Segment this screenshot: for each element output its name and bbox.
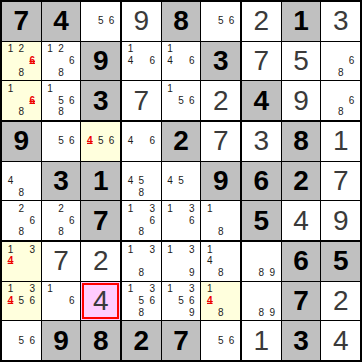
- cell-r8c6[interactable]: 148: [201, 282, 240, 321]
- empty-candidate-slot: [45, 55, 56, 67]
- cell-r5c5[interactable]: 45: [162, 162, 201, 201]
- candidate-digit: 6: [147, 215, 158, 227]
- cell-r7c5[interactable]: 139: [162, 242, 201, 281]
- cell-r4c9[interactable]: 1: [321, 122, 360, 161]
- empty-candidate-slot: [186, 175, 197, 187]
- empty-candidate-slot: [204, 16, 215, 28]
- empty-candidate-slot: [165, 295, 176, 307]
- empty-candidate-slot: [176, 284, 187, 296]
- empty-candidate-slot: [45, 95, 56, 107]
- candidate-digit: 6: [66, 295, 77, 307]
- empty-candidate-slot: [176, 203, 187, 215]
- empty-candidate-slot: [45, 136, 56, 148]
- cell-r6c7[interactable]: 5: [242, 201, 281, 240]
- candidate-grid: 268: [42, 201, 81, 240]
- candidate-grid: 13568: [122, 282, 161, 321]
- cell-r5c9[interactable]: 7: [321, 162, 360, 201]
- empty-candidate-slot: [204, 346, 215, 358]
- empty-candidate-slot: [136, 244, 147, 256]
- given-digit: 8: [293, 127, 309, 155]
- cell-r9c8[interactable]: 3: [282, 321, 321, 360]
- cell-r3c7[interactable]: 4: [242, 81, 281, 120]
- cell-r8c3[interactable]: 4: [81, 282, 120, 321]
- empty-candidate-slot: [226, 27, 237, 39]
- cell-r7c1[interactable]: 134: [2, 242, 41, 281]
- empty-candidate-slot: [215, 215, 226, 227]
- cell-r2c5[interactable]: 146: [162, 42, 201, 81]
- cell-r4c2[interactable]: 56: [42, 122, 81, 161]
- cell-r9c1[interactable]: 56: [2, 321, 41, 360]
- cell-r5c6[interactable]: 9: [201, 162, 240, 201]
- cell-r1c1[interactable]: 7: [2, 2, 41, 41]
- candidate-digit: 8: [215, 226, 226, 238]
- cell-r1c7[interactable]: 2: [242, 2, 281, 41]
- empty-candidate-slot: [324, 67, 335, 79]
- candidate-digit: 8: [136, 267, 147, 279]
- cell-r6c6[interactable]: 18: [201, 201, 240, 240]
- candidate-digit: 9: [186, 307, 197, 319]
- candidate-digit: 8: [16, 226, 27, 238]
- candidate-digit: 3: [186, 203, 197, 215]
- solved-digit: 2: [254, 7, 270, 35]
- cell-r1c5[interactable]: 8: [162, 2, 201, 41]
- solved-digit: 7: [53, 247, 69, 275]
- empty-candidate-slot: [176, 67, 187, 79]
- cell-r2c7[interactable]: 7: [242, 42, 281, 81]
- cell-r8c1[interactable]: 13456: [2, 282, 41, 321]
- eliminated-candidate-digit: 4: [5, 256, 16, 268]
- given-digit: 7: [14, 7, 30, 35]
- solved-digit: 9: [134, 7, 150, 35]
- cell-r5c8[interactable]: 2: [282, 162, 321, 201]
- empty-candidate-slot: [95, 147, 106, 159]
- cell-r3c6[interactable]: 2: [201, 81, 240, 120]
- cell-r8c2[interactable]: 16: [42, 282, 81, 321]
- cell-r2c6[interactable]: 3: [201, 42, 240, 81]
- cell-r4c1[interactable]: 9: [2, 122, 41, 161]
- cell-r3c3[interactable]: 3: [81, 81, 120, 120]
- candidate-grid: 45: [162, 162, 201, 201]
- empty-candidate-slot: [256, 284, 267, 296]
- empty-candidate-slot: [27, 187, 38, 199]
- empty-candidate-slot: [16, 244, 27, 256]
- empty-candidate-slot: [204, 323, 215, 335]
- empty-candidate-slot: [45, 203, 56, 215]
- empty-candidate-slot: [45, 124, 56, 136]
- candidate-digit: 6: [27, 295, 38, 307]
- candidate-grid: 68: [321, 81, 360, 120]
- empty-candidate-slot: [16, 83, 27, 95]
- candidate-digit: 2: [56, 44, 67, 56]
- empty-candidate-slot: [136, 164, 147, 176]
- eliminated-candidate-digit: 4: [204, 295, 215, 307]
- solved-digit: 9: [293, 87, 309, 115]
- candidate-digit: 5: [56, 136, 67, 148]
- candidate-digit: 6: [106, 136, 117, 148]
- empty-candidate-slot: [256, 295, 267, 307]
- candidate-digit: 8: [215, 307, 226, 319]
- empty-candidate-slot: [66, 203, 77, 215]
- cell-r4c5[interactable]: 2: [162, 122, 201, 161]
- cell-r3c4[interactable]: 7: [122, 81, 161, 120]
- empty-candidate-slot: [165, 164, 176, 176]
- given-digit: 7: [93, 207, 109, 235]
- solved-digit: 1: [333, 127, 349, 155]
- candidate-digit: 6: [147, 136, 158, 148]
- empty-candidate-slot: [56, 295, 67, 307]
- cell-r5c7[interactable]: 6: [242, 162, 281, 201]
- solved-digit: 2: [213, 87, 229, 115]
- empty-candidate-slot: [5, 164, 16, 176]
- candidate-digit: 3: [27, 284, 38, 296]
- empty-candidate-slot: [215, 4, 226, 16]
- box-9: 89658972134: [242, 242, 360, 360]
- empty-candidate-slot: [16, 95, 27, 107]
- empty-candidate-slot: [226, 323, 237, 335]
- empty-candidate-slot: [165, 226, 176, 238]
- cell-r6c2[interactable]: 268: [42, 201, 81, 240]
- empty-candidate-slot: [176, 55, 187, 67]
- cell-r3c2[interactable]: 1568: [42, 81, 81, 120]
- solved-digit: 1: [254, 327, 270, 355]
- empty-candidate-slot: [324, 106, 335, 118]
- candidate-digit: 5: [95, 136, 106, 148]
- empty-candidate-slot: [125, 164, 136, 176]
- candidate-grid: 16: [42, 282, 81, 321]
- cell-r2c2[interactable]: 1268: [42, 42, 81, 81]
- cell-r8c7[interactable]: 89: [242, 282, 281, 321]
- cell-r8c5[interactable]: 13569: [162, 282, 201, 321]
- cell-r7c4[interactable]: 138: [122, 242, 161, 281]
- given-digit: 9: [53, 327, 69, 355]
- candidate-digit: 6: [226, 335, 237, 347]
- candidate-digit: 1: [204, 284, 215, 296]
- candidate-digit: 6: [27, 335, 38, 347]
- empty-candidate-slot: [5, 203, 16, 215]
- cell-r2c9[interactable]: 68: [321, 42, 360, 81]
- solved-digit: 2: [333, 287, 349, 315]
- empty-candidate-slot: [125, 307, 136, 319]
- empty-candidate-slot: [66, 44, 77, 56]
- empty-candidate-slot: [106, 147, 117, 159]
- box-2: 9856146146371562: [122, 2, 240, 120]
- cell-r9c7[interactable]: 1: [242, 321, 281, 360]
- empty-candidate-slot: [186, 106, 197, 118]
- empty-candidate-slot: [176, 44, 187, 56]
- given-digit: 6: [293, 247, 309, 275]
- candidate-digit: 6: [66, 95, 77, 107]
- candidate-digit: 4: [204, 256, 215, 268]
- candidate-grid: 13456: [2, 282, 41, 321]
- empty-candidate-slot: [125, 187, 136, 199]
- candidate-digit: 8: [335, 106, 346, 118]
- candidate-digit: 1: [5, 44, 16, 56]
- cell-r5c2[interactable]: 3: [42, 162, 81, 201]
- empty-candidate-slot: [147, 67, 158, 79]
- candidate-grid: 136: [162, 201, 201, 240]
- empty-candidate-slot: [204, 267, 215, 279]
- empty-candidate-slot: [5, 67, 16, 79]
- cell-r2c3[interactable]: 9: [81, 42, 120, 81]
- cell-r8c4[interactable]: 13568: [122, 282, 161, 321]
- solved-digit: 7: [254, 47, 270, 75]
- cell-r3c8[interactable]: 9: [282, 81, 321, 120]
- cell-r4c3[interactable]: 456: [81, 122, 120, 161]
- empty-candidate-slot: [27, 106, 38, 118]
- cell-r1c8[interactable]: 1: [282, 2, 321, 41]
- candidate-grid: 134: [2, 242, 41, 281]
- empty-candidate-slot: [5, 307, 16, 319]
- given-digit: 4: [254, 87, 270, 115]
- empty-candidate-slot: [27, 256, 38, 268]
- empty-candidate-slot: [27, 44, 38, 56]
- empty-candidate-slot: [136, 136, 147, 148]
- empty-candidate-slot: [27, 346, 38, 358]
- candidate-grid: 89: [242, 242, 281, 281]
- empty-candidate-slot: [176, 244, 187, 256]
- empty-candidate-slot: [56, 147, 67, 159]
- empty-candidate-slot: [147, 307, 158, 319]
- cell-r9c6[interactable]: 56: [201, 321, 240, 360]
- empty-candidate-slot: [66, 124, 77, 136]
- given-digit: 5: [254, 207, 270, 235]
- cell-r3c1[interactable]: 168: [2, 81, 41, 120]
- empty-candidate-slot: [147, 267, 158, 279]
- eliminated-candidate-digit: 6: [27, 95, 38, 107]
- candidate-digit: 1: [5, 83, 16, 95]
- box-8: 13813914813568135691482756: [122, 242, 240, 360]
- cell-r2c4[interactable]: 146: [122, 42, 161, 81]
- empty-candidate-slot: [215, 346, 226, 358]
- candidate-grid: 46: [122, 122, 161, 161]
- solved-digit: 3: [254, 127, 270, 155]
- empty-candidate-slot: [16, 284, 27, 296]
- empty-candidate-slot: [27, 164, 38, 176]
- empty-candidate-slot: [245, 256, 256, 268]
- candidate-digit: 8: [335, 67, 346, 79]
- cell-r9c2[interactable]: 9: [42, 321, 81, 360]
- empty-candidate-slot: [176, 215, 187, 227]
- cell-r6c3[interactable]: 7: [81, 201, 120, 240]
- empty-candidate-slot: [245, 295, 256, 307]
- cell-r7c2[interactable]: 7: [42, 242, 81, 281]
- empty-candidate-slot: [267, 256, 278, 268]
- empty-candidate-slot: [95, 27, 106, 39]
- cell-r4c7[interactable]: 3: [242, 122, 281, 161]
- empty-candidate-slot: [226, 215, 237, 227]
- empty-candidate-slot: [5, 226, 16, 238]
- empty-candidate-slot: [125, 256, 136, 268]
- solved-digit: 7: [333, 167, 349, 195]
- empty-candidate-slot: [186, 256, 197, 268]
- candidate-digit: 1: [165, 203, 176, 215]
- empty-candidate-slot: [66, 67, 77, 79]
- candidate-digit: 4: [125, 136, 136, 148]
- empty-candidate-slot: [147, 164, 158, 176]
- cell-r9c9[interactable]: 4: [321, 321, 360, 360]
- empty-candidate-slot: [165, 106, 176, 118]
- empty-candidate-slot: [165, 267, 176, 279]
- empty-candidate-slot: [226, 284, 237, 296]
- cell-r6c9[interactable]: 9: [321, 201, 360, 240]
- empty-candidate-slot: [165, 215, 176, 227]
- cell-r8c8[interactable]: 7: [282, 282, 321, 321]
- cell-r9c4[interactable]: 2: [122, 321, 161, 360]
- empty-candidate-slot: [66, 307, 77, 319]
- empty-candidate-slot: [125, 295, 136, 307]
- candidate-digit: 1: [165, 83, 176, 95]
- cell-r6c8[interactable]: 4: [282, 201, 321, 240]
- candidate-digit: 6: [186, 55, 197, 67]
- cell-r5c1[interactable]: 48: [2, 162, 41, 201]
- given-digit: 8: [93, 327, 109, 355]
- cell-r1c4[interactable]: 9: [122, 2, 161, 41]
- cell-r9c3[interactable]: 8: [81, 321, 120, 360]
- cell-r9c5[interactable]: 7: [162, 321, 201, 360]
- cell-r1c9[interactable]: 3: [321, 2, 360, 41]
- solved-digit: 9: [333, 207, 349, 235]
- candidate-digit: 2: [16, 44, 27, 56]
- cell-r7c3[interactable]: 2: [81, 242, 120, 281]
- empty-candidate-slot: [267, 284, 278, 296]
- empty-candidate-slot: [66, 147, 77, 159]
- empty-candidate-slot: [335, 44, 346, 56]
- empty-candidate-slot: [95, 124, 106, 136]
- cell-r3c5[interactable]: 156: [162, 81, 201, 120]
- candidate-digit: 8: [215, 267, 226, 279]
- cell-r2c1[interactable]: 1268: [2, 42, 41, 81]
- cell-r7c9[interactable]: 5: [321, 242, 360, 281]
- empty-candidate-slot: [186, 44, 197, 56]
- cell-r1c3[interactable]: 56: [81, 2, 120, 41]
- candidate-digit: 8: [16, 67, 27, 79]
- empty-candidate-slot: [176, 226, 187, 238]
- empty-candidate-slot: [165, 307, 176, 319]
- candidate-grid: 56: [81, 2, 120, 41]
- cell-r8c9[interactable]: 2: [321, 282, 360, 321]
- cell-r4c6[interactable]: 7: [201, 122, 240, 161]
- empty-candidate-slot: [125, 226, 136, 238]
- empty-candidate-slot: [106, 27, 117, 39]
- empty-candidate-slot: [176, 187, 187, 199]
- empty-candidate-slot: [45, 307, 56, 319]
- empty-candidate-slot: [324, 95, 335, 107]
- solved-digit: 4: [293, 207, 309, 235]
- empty-candidate-slot: [5, 55, 16, 67]
- empty-candidate-slot: [125, 67, 136, 79]
- candidate-digit: 8: [16, 187, 27, 199]
- given-digit: 9: [213, 167, 229, 195]
- empty-candidate-slot: [5, 323, 16, 335]
- empty-candidate-slot: [5, 267, 16, 279]
- cell-r7c8[interactable]: 6: [282, 242, 321, 281]
- eliminated-candidate-digit: 6: [27, 55, 38, 67]
- empty-candidate-slot: [335, 55, 346, 67]
- empty-candidate-slot: [84, 27, 95, 39]
- given-digit: 7: [293, 287, 309, 315]
- empty-candidate-slot: [324, 83, 335, 95]
- cell-r7c6[interactable]: 148: [201, 242, 240, 281]
- empty-candidate-slot: [125, 215, 136, 227]
- candidate-digit: 2: [16, 203, 27, 215]
- cell-r6c4[interactable]: 1368: [122, 201, 161, 240]
- cell-r4c8[interactable]: 8: [282, 122, 321, 161]
- empty-candidate-slot: [186, 83, 197, 95]
- empty-candidate-slot: [45, 106, 56, 118]
- empty-candidate-slot: [335, 95, 346, 107]
- empty-candidate-slot: [267, 295, 278, 307]
- solved-digit: 4: [333, 327, 349, 355]
- candidate-grid: 1368: [122, 201, 161, 240]
- cell-r4c4[interactable]: 46: [122, 122, 161, 161]
- candidate-digit: 2: [56, 203, 67, 215]
- cell-r6c5[interactable]: 136: [162, 201, 201, 240]
- cell-r1c2[interactable]: 4: [42, 2, 81, 41]
- empty-candidate-slot: [66, 83, 77, 95]
- empty-candidate-slot: [136, 215, 147, 227]
- cell-r5c3[interactable]: 1: [81, 162, 120, 201]
- candidate-grid: 56: [2, 321, 41, 360]
- empty-candidate-slot: [16, 256, 27, 268]
- empty-candidate-slot: [165, 187, 176, 199]
- empty-candidate-slot: [5, 335, 16, 347]
- empty-candidate-slot: [16, 175, 27, 187]
- empty-candidate-slot: [16, 307, 27, 319]
- candidate-digit: 6: [66, 55, 77, 67]
- empty-candidate-slot: [147, 175, 158, 187]
- empty-candidate-slot: [186, 226, 197, 238]
- cell-r2c8[interactable]: 5: [282, 42, 321, 81]
- cell-r1c6[interactable]: 56: [201, 2, 240, 41]
- empty-candidate-slot: [27, 226, 38, 238]
- candidate-digit: 3: [147, 244, 158, 256]
- empty-candidate-slot: [256, 256, 267, 268]
- empty-candidate-slot: [176, 106, 187, 118]
- empty-candidate-slot: [176, 83, 187, 95]
- cell-r7c7[interactable]: 89: [242, 242, 281, 281]
- empty-candidate-slot: [346, 67, 357, 79]
- candidate-digit: 6: [346, 55, 357, 67]
- candidate-digit: 8: [56, 106, 67, 118]
- empty-candidate-slot: [204, 307, 215, 319]
- empty-candidate-slot: [45, 295, 56, 307]
- candidate-digit: 1: [45, 44, 56, 56]
- candidate-digit: 4: [165, 55, 176, 67]
- cell-r6c1[interactable]: 268: [2, 201, 41, 240]
- empty-candidate-slot: [56, 307, 67, 319]
- empty-candidate-slot: [16, 323, 27, 335]
- empty-candidate-slot: [204, 215, 215, 227]
- cell-r5c4[interactable]: 458: [122, 162, 161, 201]
- empty-candidate-slot: [335, 83, 346, 95]
- candidate-grid: 89: [242, 282, 281, 321]
- candidate-digit: 5: [16, 335, 27, 347]
- empty-candidate-slot: [204, 335, 215, 347]
- given-digit: 2: [134, 327, 150, 355]
- candidate-digit: 1: [5, 284, 16, 296]
- cell-r3c9[interactable]: 68: [321, 81, 360, 120]
- empty-candidate-slot: [186, 164, 197, 176]
- empty-candidate-slot: [66, 226, 77, 238]
- empty-candidate-slot: [147, 44, 158, 56]
- empty-candidate-slot: [226, 307, 237, 319]
- candidate-digit: 1: [45, 83, 56, 95]
- candidate-grid: 56: [42, 122, 81, 161]
- empty-candidate-slot: [226, 256, 237, 268]
- solved-digit: 2: [93, 247, 109, 275]
- candidate-digit: 1: [125, 44, 136, 56]
- candidate-digit: 5: [56, 95, 67, 107]
